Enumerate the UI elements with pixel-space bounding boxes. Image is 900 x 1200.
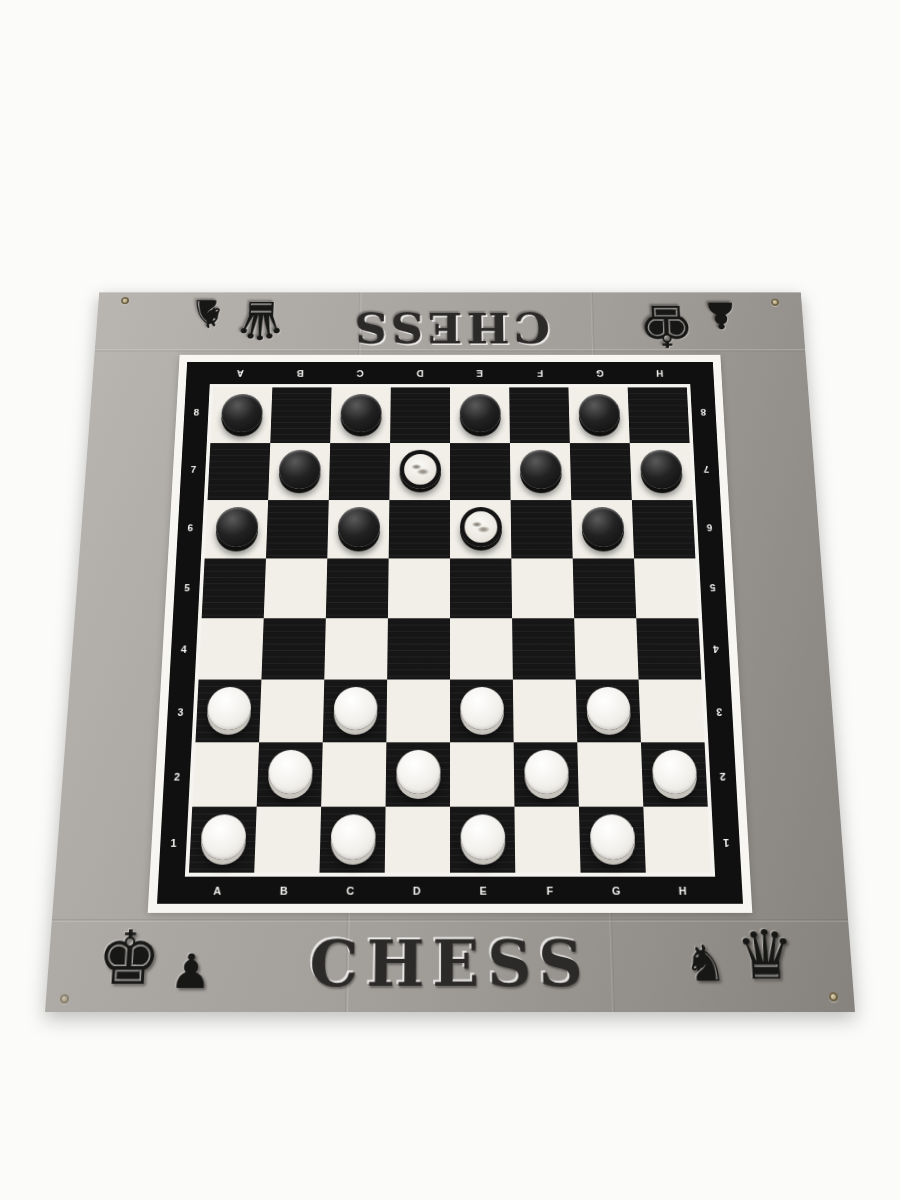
square-f7[interactable]	[510, 443, 571, 500]
checker-black-b7[interactable]	[278, 450, 321, 489]
square-h6[interactable]	[632, 500, 696, 558]
square-a2[interactable]	[192, 742, 259, 806]
coordinate-label-4: 4	[181, 644, 187, 655]
coordinate-label-1: 1	[723, 837, 730, 849]
checker-white-e1[interactable]	[460, 814, 505, 859]
square-c7[interactable]	[329, 443, 390, 500]
checker-white-g1[interactable]	[589, 814, 635, 859]
coordinate-label-8: 8	[701, 407, 707, 417]
square-h2[interactable]	[641, 742, 708, 806]
coordinate-label-3: 3	[177, 707, 183, 718]
square-f1[interactable]	[514, 807, 580, 873]
corner-pieces-top-left: ♛♞	[187, 294, 287, 347]
coordinate-label-h: H	[678, 884, 686, 896]
checker-white-a1[interactable]	[200, 814, 246, 859]
coordinate-label-5: 5	[710, 582, 716, 593]
coordinate-label-a: A	[237, 368, 244, 378]
square-f4[interactable]	[512, 618, 576, 679]
square-e1[interactable]	[450, 807, 515, 873]
square-e2[interactable]	[450, 742, 514, 806]
coordinate-label-e: E	[480, 884, 487, 896]
square-d2[interactable]	[386, 742, 450, 806]
square-g2[interactable]	[577, 742, 643, 806]
coordinate-label-b: B	[297, 368, 304, 378]
square-c6[interactable]	[327, 500, 389, 558]
square-e4[interactable]	[450, 618, 513, 679]
corner-pieces-top-right: ♟♚	[638, 297, 742, 355]
coordinate-label-e: E	[477, 368, 484, 378]
square-e3[interactable]	[450, 680, 514, 743]
square-e8[interactable]	[450, 387, 510, 443]
square-h5[interactable]	[634, 558, 698, 618]
square-a5[interactable]	[202, 558, 266, 618]
square-h1[interactable]	[643, 807, 711, 873]
photo-scene: CHESS ♛♞ ♟♚ ABCDEFGH 87654321 87654321 A…	[45, 222, 855, 1012]
square-d5[interactable]	[388, 558, 450, 618]
square-b2[interactable]	[257, 742, 323, 806]
board-grid	[189, 387, 711, 872]
board-inner-line	[185, 384, 715, 877]
square-a7[interactable]	[208, 443, 271, 500]
square-e6[interactable]	[450, 500, 511, 558]
square-g5[interactable]	[573, 558, 637, 618]
board-frame: ABCDEFGH 87654321 87654321 ABCDEFGH	[157, 362, 743, 904]
square-g1[interactable]	[579, 807, 646, 873]
coordinate-label-a: A	[213, 884, 221, 896]
square-d4[interactable]	[387, 618, 450, 679]
square-a4[interactable]	[199, 618, 264, 679]
square-c3[interactable]	[323, 680, 387, 743]
square-g8[interactable]	[568, 387, 629, 443]
square-a6[interactable]	[205, 500, 269, 558]
coordinate-label-d: D	[416, 368, 423, 378]
square-c2[interactable]	[321, 742, 386, 806]
coordinate-label-1: 1	[170, 837, 177, 849]
file-labels-bottom: ABCDEFGH	[183, 877, 716, 904]
square-a1[interactable]	[189, 807, 257, 873]
square-c1[interactable]	[319, 807, 385, 873]
square-c5[interactable]	[326, 558, 389, 618]
checker-white-d2[interactable]	[396, 750, 440, 794]
checker-white-b2[interactable]	[267, 750, 312, 794]
coordinate-label-6: 6	[187, 523, 193, 533]
square-f6[interactable]	[511, 500, 573, 558]
square-f2[interactable]	[514, 742, 579, 806]
coordinate-label-f: F	[546, 884, 553, 896]
square-b5[interactable]	[264, 558, 328, 618]
square-a3[interactable]	[195, 680, 261, 743]
square-g4[interactable]	[574, 618, 638, 679]
square-d3[interactable]	[386, 680, 450, 743]
checker-black-g6[interactable]	[581, 507, 624, 547]
square-d8[interactable]	[390, 387, 450, 443]
coordinate-label-c: C	[346, 884, 354, 896]
pawn-silhouette-icon: ♟	[702, 297, 740, 334]
king-silhouette-icon: ♚	[638, 297, 697, 355]
coordinate-label-8: 8	[193, 407, 199, 417]
coordinate-label-4: 4	[713, 644, 719, 655]
coordinate-label-b: B	[280, 884, 288, 896]
square-h3[interactable]	[639, 680, 705, 743]
checker-black-a6[interactable]	[215, 507, 259, 547]
square-d1[interactable]	[385, 807, 450, 873]
coordinate-label-f: F	[537, 368, 543, 378]
square-f8[interactable]	[509, 387, 570, 443]
board-outer-band: ABCDEFGH 87654321 87654321 ABCDEFGH	[148, 355, 753, 913]
square-h7[interactable]	[630, 443, 693, 500]
coordinate-label-h: H	[656, 368, 663, 378]
checker-black-c8[interactable]	[340, 394, 382, 432]
checker-white-c1[interactable]	[330, 814, 375, 859]
queen-silhouette-icon: ♛	[234, 294, 288, 347]
coordinate-label-2: 2	[174, 771, 180, 783]
square-g6[interactable]	[571, 500, 634, 558]
square-g3[interactable]	[576, 680, 641, 743]
square-b8[interactable]	[270, 387, 331, 443]
checker-black-h7[interactable]	[639, 450, 682, 489]
checker-white-c3[interactable]	[333, 687, 377, 730]
checker-white-h2[interactable]	[651, 750, 697, 794]
square-b7[interactable]	[268, 443, 330, 500]
checker-black-f7[interactable]	[519, 450, 561, 489]
square-b6[interactable]	[266, 500, 329, 558]
coordinate-label-c: C	[357, 368, 364, 378]
square-d7[interactable]	[389, 443, 450, 500]
checker-black-g8[interactable]	[578, 394, 620, 432]
square-a8[interactable]	[210, 387, 272, 443]
square-b1[interactable]	[254, 807, 321, 873]
checker-black-a8[interactable]	[220, 394, 263, 432]
coordinate-label-g: G	[612, 884, 621, 896]
checker-black-white-face-up-d7[interactable]	[399, 450, 441, 489]
chess-title-bottom: CHESS	[46, 926, 854, 1001]
file-labels-top: ABCDEFGH	[210, 362, 690, 384]
square-c8[interactable]	[330, 387, 391, 443]
coordinate-label-3: 3	[716, 707, 722, 718]
square-b3[interactable]	[259, 680, 324, 743]
knight-silhouette-icon: ♞	[188, 294, 227, 332]
checker-white-g3[interactable]	[586, 687, 631, 730]
checker-black-c6[interactable]	[337, 507, 380, 547]
coordinate-label-d: D	[413, 884, 421, 896]
checker-black-e8[interactable]	[459, 394, 500, 432]
square-c4[interactable]	[324, 618, 388, 679]
square-b4[interactable]	[261, 618, 325, 679]
coordinate-label-7: 7	[190, 464, 196, 474]
square-e5[interactable]	[450, 558, 512, 618]
checker-white-e3[interactable]	[460, 687, 504, 730]
square-f3[interactable]	[513, 680, 577, 743]
chess-mat: CHESS ♛♞ ♟♚ ABCDEFGH 87654321 87654321 A…	[45, 292, 855, 1012]
square-h8[interactable]	[628, 387, 690, 443]
coordinate-label-5: 5	[184, 582, 190, 593]
square-h4[interactable]	[636, 618, 701, 679]
checker-black-white-face-up-e6[interactable]	[460, 507, 502, 547]
coordinate-label-g: G	[596, 368, 604, 378]
coordinate-label-7: 7	[704, 464, 710, 474]
square-f5[interactable]	[511, 558, 574, 618]
square-e7[interactable]	[450, 443, 511, 500]
square-g7[interactable]	[570, 443, 632, 500]
coordinate-label-6: 6	[707, 523, 713, 533]
square-d6[interactable]	[389, 500, 450, 558]
checker-white-a3[interactable]	[206, 687, 251, 730]
checker-white-f2[interactable]	[524, 750, 569, 794]
coordinate-label-2: 2	[720, 771, 726, 783]
